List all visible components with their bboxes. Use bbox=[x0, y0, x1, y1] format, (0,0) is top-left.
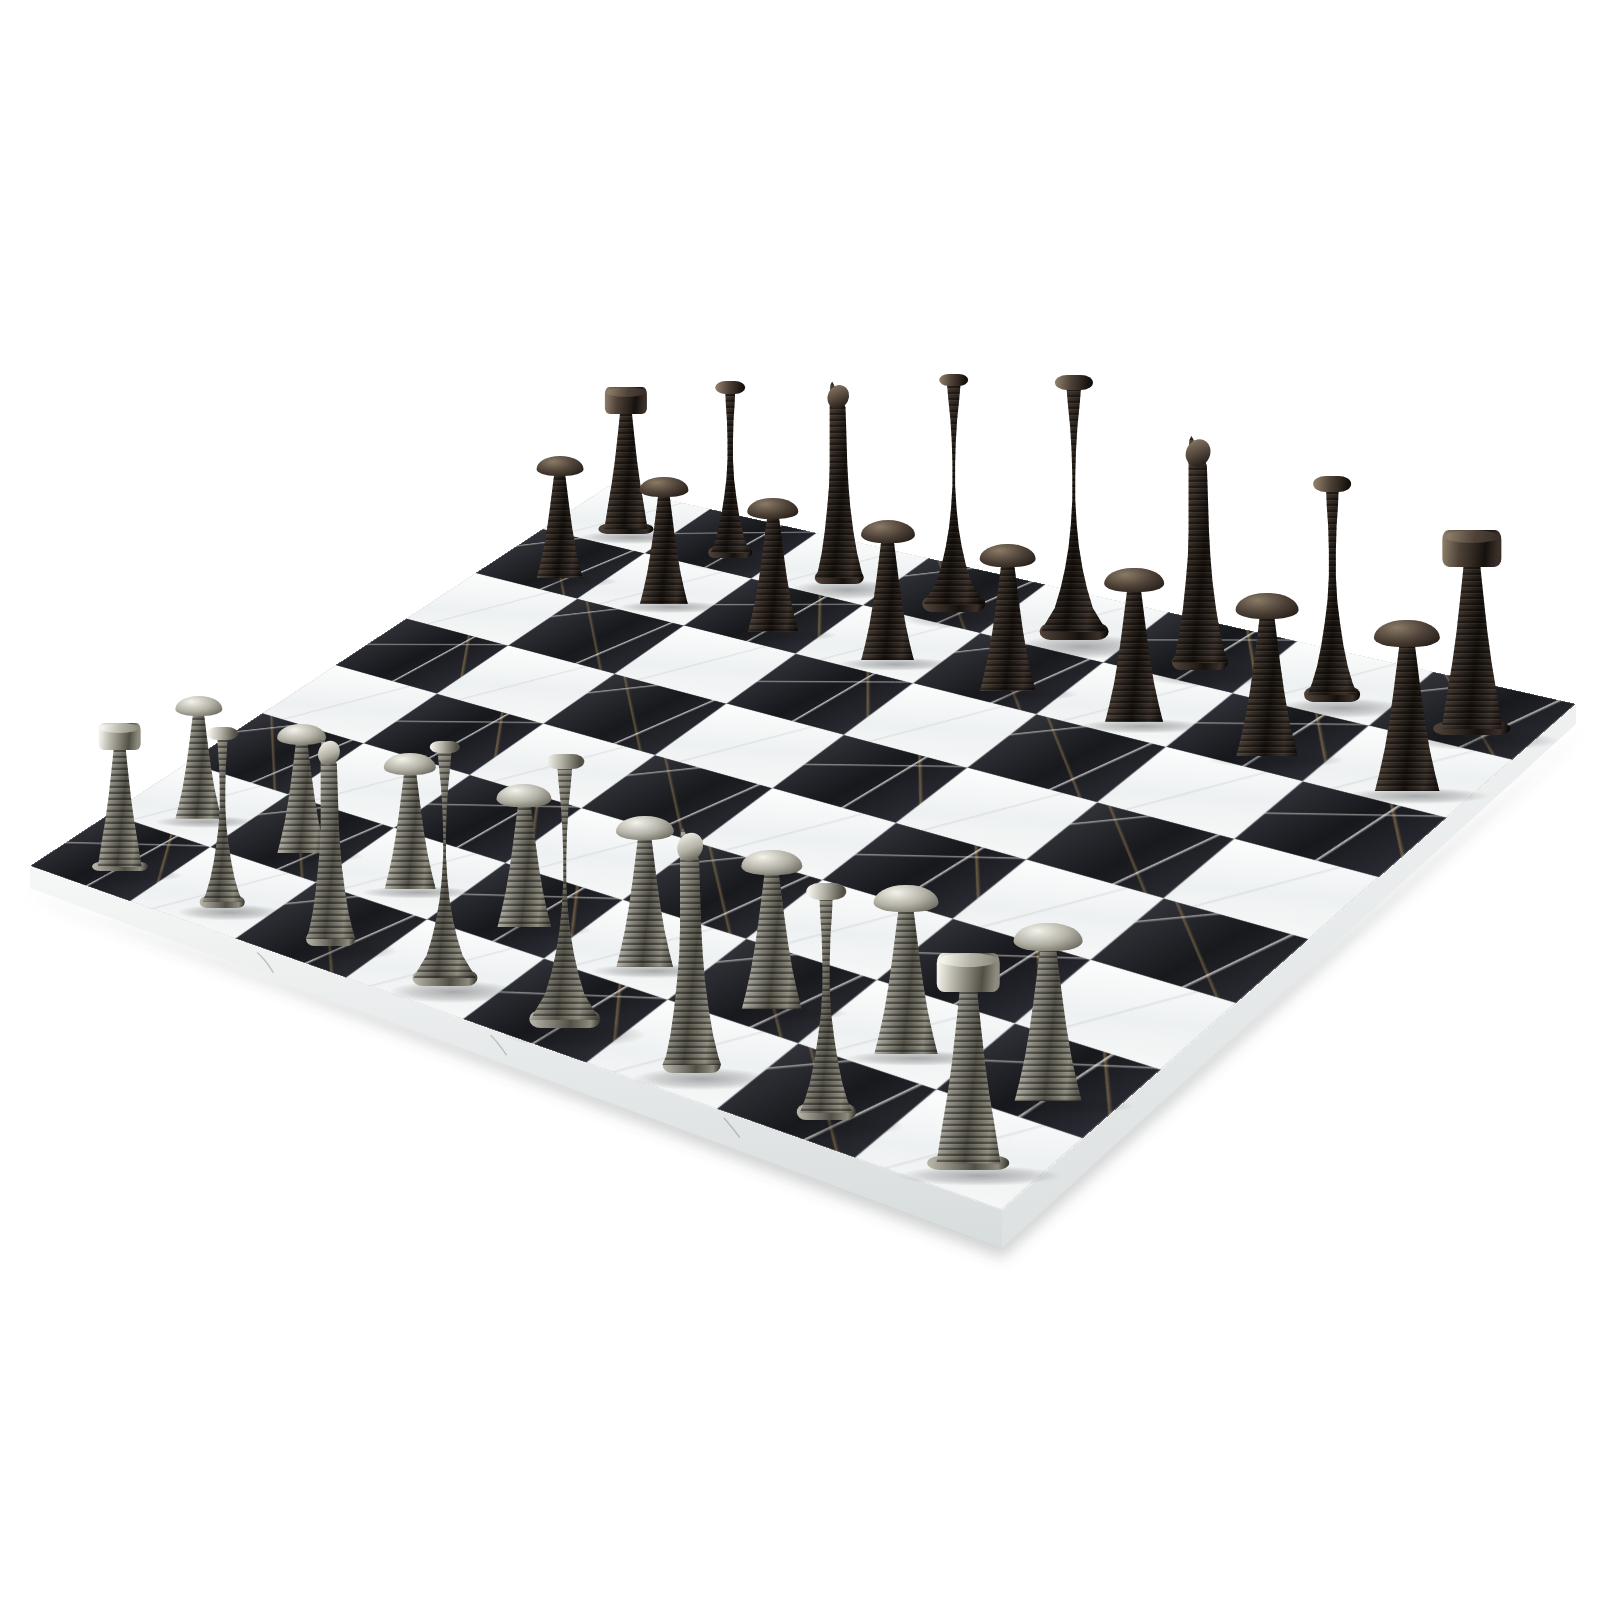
slab-side-left bbox=[30, 866, 1002, 1248]
product-photo-stage: chess ♜♞♝♛♚♝♞♜♟♟♟♟♟♟♟♟♙♙♙♙♙♙♙♙♖♘♗♕♔♗♘♖ bbox=[0, 0, 1600, 1600]
board-edge-sides bbox=[0, 0, 1600, 1600]
slab-side-right bbox=[1002, 704, 1576, 1248]
ground-shadow bbox=[22, 730, 1584, 1258]
